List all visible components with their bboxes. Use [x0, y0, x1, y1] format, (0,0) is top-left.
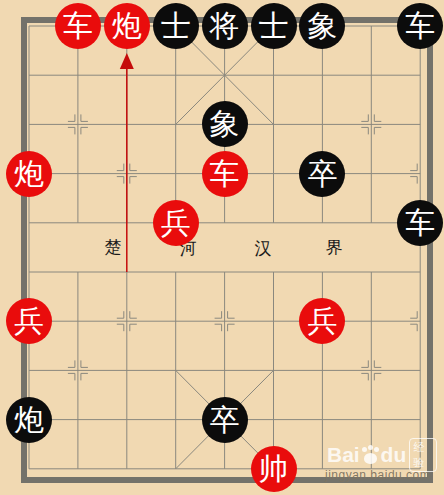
piece-black-4-8[interactable]: 卒	[202, 397, 248, 443]
piece-black-0-8[interactable]: 炮	[6, 397, 52, 443]
piece-black-8-4[interactable]: 车	[397, 200, 443, 246]
piece-black-3-0[interactable]: 士	[153, 3, 199, 49]
jingyan-badge: 经验	[409, 438, 437, 472]
piece-black-6-3[interactable]: 卒	[299, 151, 345, 197]
piece-red-1-0[interactable]: 车	[55, 3, 101, 49]
baidu-watermark: Bai du 经验 jingyan.baidu.com	[327, 438, 437, 472]
piece-black-5-0[interactable]: 士	[251, 3, 297, 49]
baidu-logo-du: du	[381, 443, 407, 467]
piece-red-3-4[interactable]: 兵	[153, 200, 199, 246]
piece-black-4-0[interactable]: 将	[202, 3, 248, 49]
piece-red-4-3[interactable]: 车	[202, 151, 248, 197]
piece-red-0-3[interactable]: 炮	[6, 151, 52, 197]
piece-red-0-6[interactable]: 兵	[6, 298, 52, 344]
piece-red-5-9[interactable]: 帅	[251, 446, 297, 492]
baidu-paw-icon	[361, 445, 380, 466]
xiangqi-board-screenshot: 楚 河 汉 界 车炮士将士象车象炮车卒兵车兵兵炮卒帅 Bai du 经验 jin…	[0, 0, 444, 495]
baidu-logo: Bai du 经验	[327, 438, 437, 472]
river-label-han: 汉	[255, 237, 272, 260]
river-label-chu: 楚	[105, 236, 122, 259]
piece-red-2-0[interactable]: 炮	[104, 3, 150, 49]
baidu-logo-bai: Bai	[327, 443, 360, 467]
watermark-url: jingyan.baidu.com	[325, 468, 430, 482]
last-move-arrowhead	[120, 53, 134, 69]
piece-black-4-2[interactable]: 象	[202, 101, 248, 147]
river-label-jie: 界	[326, 236, 343, 259]
piece-black-8-0[interactable]: 车	[397, 3, 443, 49]
